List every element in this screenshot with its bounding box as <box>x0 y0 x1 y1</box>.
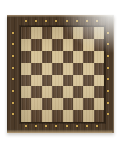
brass-inlay-dot <box>96 125 98 127</box>
square-c4 <box>42 75 52 87</box>
chess-board <box>7 15 114 133</box>
square-e3 <box>63 86 73 98</box>
brass-inlay-dot <box>107 67 109 69</box>
square-g4 <box>83 75 93 87</box>
square-d4 <box>52 75 62 87</box>
brass-inlay-dot <box>107 43 109 45</box>
square-d6 <box>52 51 62 63</box>
square-g2 <box>83 98 93 110</box>
square-b5 <box>31 63 41 75</box>
square-d8 <box>52 27 62 39</box>
square-a7 <box>21 39 31 51</box>
square-f5 <box>73 63 83 75</box>
brass-inlay-dot <box>96 20 98 22</box>
square-b4 <box>31 75 41 87</box>
brass-inlay-dot <box>76 125 78 127</box>
square-h8 <box>94 27 104 39</box>
brass-inlay-dot <box>86 20 88 22</box>
brass-inlay-dot <box>45 125 47 127</box>
brass-inlay-dot <box>12 113 14 115</box>
square-g5 <box>83 63 93 75</box>
square-e4 <box>63 75 73 87</box>
square-a3 <box>21 86 31 98</box>
brass-inlay-dot <box>107 102 109 104</box>
square-e1 <box>63 110 73 122</box>
square-f6 <box>73 51 83 63</box>
brass-inlay-dot <box>55 20 57 22</box>
square-g3 <box>83 86 93 98</box>
brass-inlay-dot <box>86 125 88 127</box>
square-b1 <box>31 110 41 122</box>
square-d1 <box>52 110 62 122</box>
brass-inlay-dot <box>76 20 78 22</box>
photo-background <box>0 0 120 160</box>
brass-inlay-dot <box>12 90 14 92</box>
brass-inlay-dot <box>55 125 57 127</box>
brass-inlay-dot <box>107 90 109 92</box>
square-a6 <box>21 51 31 63</box>
square-c2 <box>42 98 52 110</box>
brass-inlay-dot <box>107 78 109 80</box>
square-b8 <box>31 27 41 39</box>
square-c5 <box>42 63 52 75</box>
square-f3 <box>73 86 83 98</box>
square-h5 <box>94 63 104 75</box>
brass-inlay-dot <box>35 125 37 127</box>
square-g6 <box>83 51 93 63</box>
square-d7 <box>52 39 62 51</box>
square-c7 <box>42 39 52 51</box>
square-e2 <box>63 98 73 110</box>
square-a4 <box>21 75 31 87</box>
square-d5 <box>52 63 62 75</box>
brass-inlay-dot <box>25 125 27 127</box>
square-h4 <box>94 75 104 87</box>
square-h3 <box>94 86 104 98</box>
brass-inlay-dot <box>107 32 109 34</box>
board-inlay-border <box>20 26 105 123</box>
square-d3 <box>52 86 62 98</box>
square-b6 <box>31 51 41 63</box>
brass-inlay-dot <box>35 20 37 22</box>
frame-right-edge <box>112 15 114 133</box>
square-e7 <box>63 39 73 51</box>
square-g1 <box>83 110 93 122</box>
square-b2 <box>31 98 41 110</box>
square-h1 <box>94 110 104 122</box>
square-f2 <box>73 98 83 110</box>
square-f7 <box>73 39 83 51</box>
square-e5 <box>63 63 73 75</box>
square-f4 <box>73 75 83 87</box>
square-b3 <box>31 86 41 98</box>
brass-inlay-dot <box>12 32 14 34</box>
square-c3 <box>42 86 52 98</box>
brass-inlay-dot <box>12 67 14 69</box>
square-a1 <box>21 110 31 122</box>
square-h6 <box>94 51 104 63</box>
brass-inlay-dot <box>12 78 14 80</box>
frame-top-edge <box>7 15 114 18</box>
square-c1 <box>42 110 52 122</box>
brass-inlay-dot <box>66 20 68 22</box>
square-e8 <box>63 27 73 39</box>
frame-bottom-edge <box>7 129 114 133</box>
square-a5 <box>21 63 31 75</box>
square-h2 <box>94 98 104 110</box>
square-h7 <box>94 39 104 51</box>
brass-inlay-dot <box>66 125 68 127</box>
square-g7 <box>83 39 93 51</box>
brass-inlay-dot <box>25 20 27 22</box>
square-d2 <box>52 98 62 110</box>
square-a2 <box>21 98 31 110</box>
square-c8 <box>42 27 52 39</box>
square-a8 <box>21 27 31 39</box>
square-g8 <box>83 27 93 39</box>
square-b7 <box>31 39 41 51</box>
square-c6 <box>42 51 52 63</box>
brass-inlay-dot <box>12 102 14 104</box>
brass-inlay-dot <box>107 55 109 57</box>
square-f8 <box>73 27 83 39</box>
brass-inlay-dot <box>45 20 47 22</box>
brass-inlay-dot <box>12 55 14 57</box>
square-e6 <box>63 51 73 63</box>
brass-inlay-dot <box>12 43 14 45</box>
square-f1 <box>73 110 83 122</box>
brass-inlay-dot <box>107 113 109 115</box>
board-squares <box>21 27 104 122</box>
